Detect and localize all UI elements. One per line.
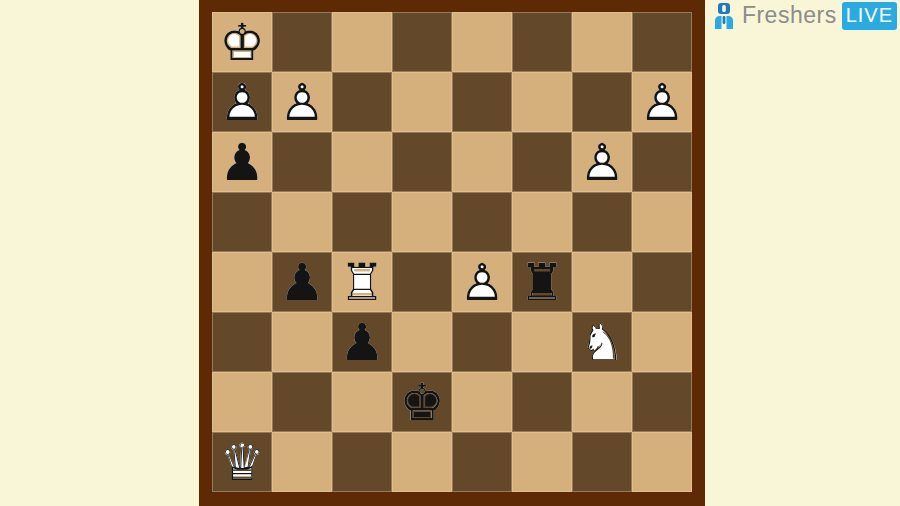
square-c2[interactable] bbox=[332, 372, 392, 432]
square-d4[interactable] bbox=[392, 252, 452, 312]
square-g8[interactable] bbox=[572, 12, 632, 72]
square-h4[interactable] bbox=[632, 252, 692, 312]
square-b2[interactable] bbox=[272, 372, 332, 432]
white-pawn: ♟♙ bbox=[272, 72, 332, 132]
black-pawn: ♙♟ bbox=[332, 312, 392, 372]
chess-board: ♚♔♟♙♟♙♟♙♙♟♟♙♙♟♜♖♟♙♖♜♙♟♞♘♔♚♛♕ bbox=[212, 12, 692, 492]
square-h8[interactable] bbox=[632, 12, 692, 72]
square-d6[interactable] bbox=[392, 132, 452, 192]
square-d3[interactable] bbox=[392, 312, 452, 372]
square-a6[interactable]: ♙♟ bbox=[212, 132, 272, 192]
logo-live-badge: LIVE bbox=[842, 2, 897, 30]
square-a7[interactable]: ♟♙ bbox=[212, 72, 272, 132]
square-d5[interactable] bbox=[392, 192, 452, 252]
black-pawn: ♙♟ bbox=[272, 252, 332, 312]
white-pawn: ♟♙ bbox=[212, 72, 272, 132]
square-e7[interactable] bbox=[452, 72, 512, 132]
square-h5[interactable] bbox=[632, 192, 692, 252]
logo-brand-text: Freshers bbox=[742, 2, 837, 29]
square-f2[interactable] bbox=[512, 372, 572, 432]
square-e5[interactable] bbox=[452, 192, 512, 252]
square-d7[interactable] bbox=[392, 72, 452, 132]
square-a1[interactable]: ♛♕ bbox=[212, 432, 272, 492]
square-e6[interactable] bbox=[452, 132, 512, 192]
square-c6[interactable] bbox=[332, 132, 392, 192]
square-g7[interactable] bbox=[572, 72, 632, 132]
square-e3[interactable] bbox=[452, 312, 512, 372]
square-c4[interactable]: ♜♖ bbox=[332, 252, 392, 312]
square-b6[interactable] bbox=[272, 132, 332, 192]
square-e8[interactable] bbox=[452, 12, 512, 72]
black-pawn: ♙♟ bbox=[212, 132, 272, 192]
square-a3[interactable] bbox=[212, 312, 272, 372]
square-b5[interactable] bbox=[272, 192, 332, 252]
square-f6[interactable] bbox=[512, 132, 572, 192]
white-queen: ♛♕ bbox=[212, 432, 272, 492]
square-h3[interactable] bbox=[632, 312, 692, 372]
square-b1[interactable] bbox=[272, 432, 332, 492]
square-h2[interactable] bbox=[632, 372, 692, 432]
square-b4[interactable]: ♙♟ bbox=[272, 252, 332, 312]
board-frame: ♚♔♟♙♟♙♟♙♙♟♟♙♙♟♜♖♟♙♖♜♙♟♞♘♔♚♛♕ bbox=[199, 0, 705, 506]
square-c8[interactable] bbox=[332, 12, 392, 72]
square-f5[interactable] bbox=[512, 192, 572, 252]
square-b8[interactable] bbox=[272, 12, 332, 72]
square-g5[interactable] bbox=[572, 192, 632, 252]
white-pawn: ♟♙ bbox=[632, 72, 692, 132]
square-d8[interactable] bbox=[392, 12, 452, 72]
square-g2[interactable] bbox=[572, 372, 632, 432]
square-g1[interactable] bbox=[572, 432, 632, 492]
square-d2[interactable]: ♔♚ bbox=[392, 372, 452, 432]
square-c1[interactable] bbox=[332, 432, 392, 492]
white-knight: ♞♘ bbox=[572, 312, 632, 372]
square-a5[interactable] bbox=[212, 192, 272, 252]
black-king: ♔♚ bbox=[392, 372, 452, 432]
square-c3[interactable]: ♙♟ bbox=[332, 312, 392, 372]
white-king: ♚♔ bbox=[212, 12, 272, 72]
square-h1[interactable] bbox=[632, 432, 692, 492]
square-f4[interactable]: ♖♜ bbox=[512, 252, 572, 312]
white-pawn: ♟♙ bbox=[452, 252, 512, 312]
square-g4[interactable] bbox=[572, 252, 632, 312]
square-b7[interactable]: ♟♙ bbox=[272, 72, 332, 132]
square-e4[interactable]: ♟♙ bbox=[452, 252, 512, 312]
square-f3[interactable] bbox=[512, 312, 572, 372]
fresherslive-logo: Freshers LIVE bbox=[711, 2, 897, 29]
square-c7[interactable] bbox=[332, 72, 392, 132]
square-f8[interactable] bbox=[512, 12, 572, 72]
square-g6[interactable]: ♟♙ bbox=[572, 132, 632, 192]
square-d1[interactable] bbox=[392, 432, 452, 492]
square-h7[interactable]: ♟♙ bbox=[632, 72, 692, 132]
square-a2[interactable] bbox=[212, 372, 272, 432]
square-f7[interactable] bbox=[512, 72, 572, 132]
square-f1[interactable] bbox=[512, 432, 572, 492]
square-h6[interactable] bbox=[632, 132, 692, 192]
square-c5[interactable] bbox=[332, 192, 392, 252]
square-g3[interactable]: ♞♘ bbox=[572, 312, 632, 372]
white-pawn: ♟♙ bbox=[572, 132, 632, 192]
square-b3[interactable] bbox=[272, 312, 332, 372]
square-a4[interactable] bbox=[212, 252, 272, 312]
square-e1[interactable] bbox=[452, 432, 512, 492]
fresherslive-person-icon bbox=[711, 2, 737, 29]
black-rook: ♖♜ bbox=[512, 252, 572, 312]
square-a8[interactable]: ♚♔ bbox=[212, 12, 272, 72]
white-rook: ♜♖ bbox=[332, 252, 392, 312]
square-e2[interactable] bbox=[452, 372, 512, 432]
